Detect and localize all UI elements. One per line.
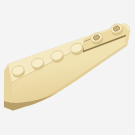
lego-brick-render bbox=[0, 0, 135, 135]
product-image bbox=[0, 0, 135, 135]
